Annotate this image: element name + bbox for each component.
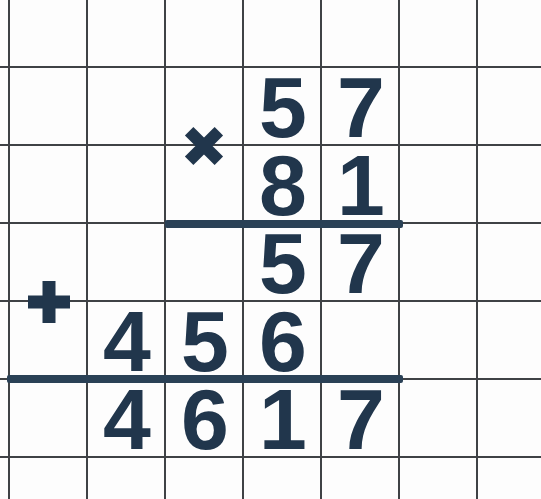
digit-cell-r3c4: 5 bbox=[244, 224, 322, 302]
worksheet-board: 5781574564617 bbox=[0, 0, 541, 499]
icon-stroke bbox=[43, 281, 56, 323]
grid-line-vertical bbox=[476, 0, 478, 499]
multiply-icon bbox=[165, 107, 243, 185]
digit-cell-r1c5: 7 bbox=[322, 68, 400, 146]
digit-cell-r5c2: 4 bbox=[88, 380, 166, 458]
digit-cell-r2c5: 1 bbox=[322, 146, 400, 224]
digit-cell-r4c4: 6 bbox=[244, 302, 322, 380]
digit-cell-r4c3: 5 bbox=[166, 302, 244, 380]
plus-icon bbox=[10, 263, 88, 341]
digit-cell-r4c2: 4 bbox=[88, 302, 166, 380]
digit-cell-r3c5: 7 bbox=[322, 224, 400, 302]
grid-line-vertical bbox=[8, 0, 10, 499]
digit-cell-r5c5: 7 bbox=[322, 380, 400, 458]
digit-cell-r2c4: 8 bbox=[244, 146, 322, 224]
digit-cell-r5c3: 6 bbox=[166, 380, 244, 458]
digit-cell-r1c4: 5 bbox=[244, 68, 322, 146]
digit-cell-r5c4: 1 bbox=[244, 380, 322, 458]
